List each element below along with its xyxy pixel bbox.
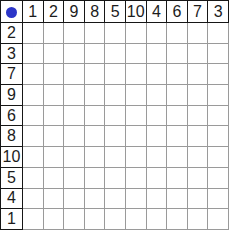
- answer-cell-r8-c7[interactable]: [146, 167, 167, 188]
- answer-cell-r2-c4[interactable]: [84, 43, 105, 64]
- answer-cell-r3-c7[interactable]: [146, 64, 167, 85]
- answer-cell-r5-c1[interactable]: [23, 105, 44, 126]
- col-header-2: 2: [43, 1, 64, 23]
- answer-cell-r3-c2[interactable]: [43, 64, 64, 85]
- row-header-8: 8: [1, 126, 23, 147]
- row-header-10: 10: [1, 147, 23, 168]
- row-header-3: 3: [1, 43, 23, 64]
- answer-cell-r6-c6[interactable]: [125, 126, 146, 147]
- answer-cell-r8-c4[interactable]: [84, 167, 105, 188]
- answer-cell-r3-c10[interactable]: [208, 64, 229, 85]
- answer-cell-r4-c7[interactable]: [146, 85, 167, 106]
- multiplication-table: 1298510467323796810541: [0, 0, 229, 230]
- answer-cell-r1-c9[interactable]: [187, 23, 208, 44]
- blue-dot-icon: [6, 7, 17, 18]
- answer-cell-r5-c5[interactable]: [105, 105, 126, 126]
- answer-cell-r4-c1[interactable]: [23, 85, 44, 106]
- col-header-9: 9: [64, 1, 85, 23]
- answer-cell-r9-c8[interactable]: [167, 188, 188, 209]
- answer-cell-r6-c4[interactable]: [84, 126, 105, 147]
- answer-cell-r6-c3[interactable]: [64, 126, 85, 147]
- answer-cell-r1-c5[interactable]: [105, 23, 126, 44]
- answer-cell-r3-c5[interactable]: [105, 64, 126, 85]
- answer-cell-r6-c5[interactable]: [105, 126, 126, 147]
- answer-cell-r8-c8[interactable]: [167, 167, 188, 188]
- answer-cell-r7-c4[interactable]: [84, 147, 105, 168]
- answer-cell-r4-c6[interactable]: [125, 85, 146, 106]
- answer-cell-r10-c6[interactable]: [125, 209, 146, 230]
- answer-cell-r10-c2[interactable]: [43, 209, 64, 230]
- answer-cell-r2-c6[interactable]: [125, 43, 146, 64]
- answer-cell-r5-c6[interactable]: [125, 105, 146, 126]
- answer-cell-r3-c4[interactable]: [84, 64, 105, 85]
- answer-cell-r1-c3[interactable]: [64, 23, 85, 44]
- row-header-7: 7: [1, 64, 23, 85]
- grid-body: 1298510467323796810541: [1, 1, 229, 230]
- answer-cell-r4-c8[interactable]: [167, 85, 188, 106]
- answer-cell-r10-c9[interactable]: [187, 209, 208, 230]
- answer-cell-r3-c1[interactable]: [23, 64, 44, 85]
- answer-cell-r10-c4[interactable]: [84, 209, 105, 230]
- answer-cell-r9-c5[interactable]: [105, 188, 126, 209]
- answer-cell-r10-c5[interactable]: [105, 209, 126, 230]
- col-header-8: 8: [84, 1, 105, 23]
- answer-cell-r1-c10[interactable]: [208, 23, 229, 44]
- answer-cell-r7-c10[interactable]: [208, 147, 229, 168]
- answer-cell-r3-c9[interactable]: [187, 64, 208, 85]
- col-header-4: 4: [146, 1, 167, 23]
- answer-cell-r9-c7[interactable]: [146, 188, 167, 209]
- col-header-5: 5: [105, 1, 126, 23]
- answer-cell-r4-c5[interactable]: [105, 85, 126, 106]
- answer-cell-r6-c10[interactable]: [208, 126, 229, 147]
- answer-cell-r8-c6[interactable]: [125, 167, 146, 188]
- row-header-1: 1: [1, 209, 23, 230]
- answer-cell-r5-c10[interactable]: [208, 105, 229, 126]
- answer-cell-r8-c9[interactable]: [187, 167, 208, 188]
- answer-cell-r2-c3[interactable]: [64, 43, 85, 64]
- answer-cell-r2-c2[interactable]: [43, 43, 64, 64]
- col-header-10: 10: [125, 1, 146, 23]
- answer-cell-r5-c3[interactable]: [64, 105, 85, 126]
- answer-cell-r9-c6[interactable]: [125, 188, 146, 209]
- col-header-1: 1: [23, 1, 44, 23]
- answer-cell-r8-c3[interactable]: [64, 167, 85, 188]
- row-header-9: 9: [1, 85, 23, 106]
- col-header-6: 6: [167, 1, 188, 23]
- answer-cell-r7-c7[interactable]: [146, 147, 167, 168]
- answer-cell-r5-c2[interactable]: [43, 105, 64, 126]
- answer-cell-r1-c1[interactable]: [23, 23, 44, 44]
- row-header-6: 6: [1, 105, 23, 126]
- answer-cell-r10-c7[interactable]: [146, 209, 167, 230]
- answer-cell-r10-c10[interactable]: [208, 209, 229, 230]
- answer-cell-r1-c7[interactable]: [146, 23, 167, 44]
- answer-cell-r6-c1[interactable]: [23, 126, 44, 147]
- answer-cell-r6-c7[interactable]: [146, 126, 167, 147]
- answer-cell-r9-c4[interactable]: [84, 188, 105, 209]
- answer-cell-r4-c2[interactable]: [43, 85, 64, 106]
- answer-cell-r10-c1[interactable]: [23, 209, 44, 230]
- answer-cell-r1-c6[interactable]: [125, 23, 146, 44]
- answer-cell-r9-c10[interactable]: [208, 188, 229, 209]
- answer-cell-r3-c6[interactable]: [125, 64, 146, 85]
- row-header-4: 4: [1, 188, 23, 209]
- answer-cell-r7-c8[interactable]: [167, 147, 188, 168]
- col-header-7: 7: [187, 1, 208, 23]
- answer-cell-r6-c8[interactable]: [167, 126, 188, 147]
- answer-cell-r1-c4[interactable]: [84, 23, 105, 44]
- answer-cell-r2-c1[interactable]: [23, 43, 44, 64]
- answer-cell-r4-c3[interactable]: [64, 85, 85, 106]
- multiplication-grid-board: 1298510467323796810541: [0, 0, 229, 230]
- answer-cell-r2-c7[interactable]: [146, 43, 167, 64]
- answer-cell-r3-c8[interactable]: [167, 64, 188, 85]
- answer-cell-r7-c2[interactable]: [43, 147, 64, 168]
- answer-cell-r3-c3[interactable]: [64, 64, 85, 85]
- answer-cell-r5-c9[interactable]: [187, 105, 208, 126]
- answer-cell-r2-c10[interactable]: [208, 43, 229, 64]
- answer-cell-r9-c2[interactable]: [43, 188, 64, 209]
- answer-cell-r10-c8[interactable]: [167, 209, 188, 230]
- answer-cell-r7-c1[interactable]: [23, 147, 44, 168]
- answer-cell-r5-c8[interactable]: [167, 105, 188, 126]
- answer-cell-r5-c4[interactable]: [84, 105, 105, 126]
- answer-cell-r8-c1[interactable]: [23, 167, 44, 188]
- answer-cell-r8-c10[interactable]: [208, 167, 229, 188]
- answer-cell-r4-c9[interactable]: [187, 85, 208, 106]
- answer-cell-r6-c9[interactable]: [187, 126, 208, 147]
- answer-cell-r10-c3[interactable]: [64, 209, 85, 230]
- col-header-3: 3: [208, 1, 229, 23]
- answer-cell-r1-c8[interactable]: [167, 23, 188, 44]
- answer-cell-r1-c2[interactable]: [43, 23, 64, 44]
- answer-cell-r2-c9[interactable]: [187, 43, 208, 64]
- answer-cell-r6-c2[interactable]: [43, 126, 64, 147]
- row-header-2: 2: [1, 23, 23, 44]
- answer-cell-r8-c2[interactable]: [43, 167, 64, 188]
- answer-cell-r8-c5[interactable]: [105, 167, 126, 188]
- corner-cell: [1, 1, 23, 23]
- answer-cell-r9-c9[interactable]: [187, 188, 208, 209]
- answer-cell-r7-c3[interactable]: [64, 147, 85, 168]
- answer-cell-r7-c6[interactable]: [125, 147, 146, 168]
- answer-cell-r5-c7[interactable]: [146, 105, 167, 126]
- row-header-5: 5: [1, 167, 23, 188]
- answer-cell-r9-c3[interactable]: [64, 188, 85, 209]
- answer-cell-r2-c5[interactable]: [105, 43, 126, 64]
- answer-cell-r9-c1[interactable]: [23, 188, 44, 209]
- answer-cell-r2-c8[interactable]: [167, 43, 188, 64]
- answer-cell-r7-c5[interactable]: [105, 147, 126, 168]
- answer-cell-r4-c4[interactable]: [84, 85, 105, 106]
- answer-cell-r7-c9[interactable]: [187, 147, 208, 168]
- answer-cell-r4-c10[interactable]: [208, 85, 229, 106]
